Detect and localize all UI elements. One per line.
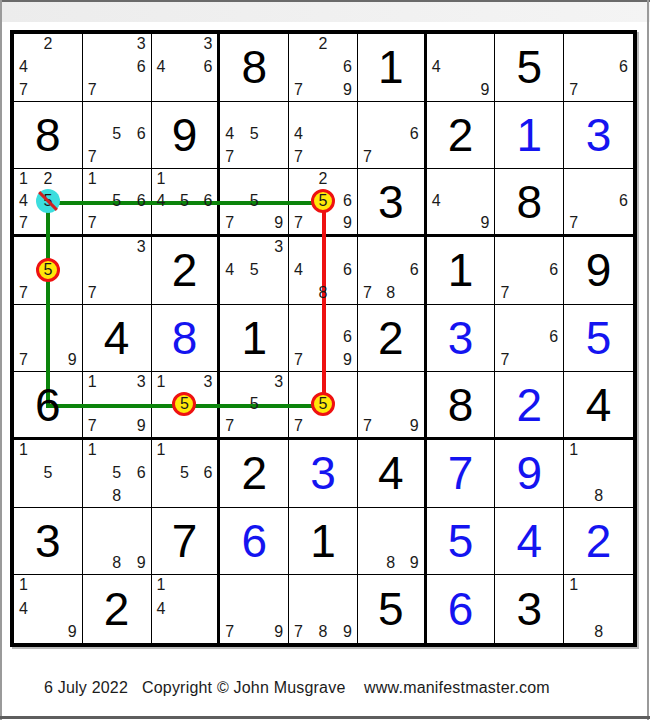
cell-r6c9[interactable]: 4 bbox=[564, 372, 633, 440]
solved-digit: 6 bbox=[427, 575, 495, 643]
cell-r1c1[interactable]: 247 bbox=[14, 34, 83, 102]
cell-r2c8[interactable]: 1 bbox=[495, 102, 564, 170]
cell-r6c7[interactable]: 8 bbox=[427, 372, 496, 440]
cell-r8c6[interactable]: 89 bbox=[358, 508, 427, 576]
candidate-7: 7 bbox=[88, 149, 97, 165]
pencil-marks: 457 bbox=[220, 102, 288, 169]
cell-r6c2[interactable]: 1379 bbox=[83, 372, 152, 440]
candidate-7: 7 bbox=[19, 215, 28, 231]
candidate-2: 2 bbox=[319, 36, 328, 52]
candidate-9: 9 bbox=[410, 418, 419, 434]
candidate-1: 1 bbox=[19, 577, 28, 593]
cell-r3c1[interactable]: 12457 bbox=[14, 169, 83, 237]
candidate-6: 6 bbox=[137, 59, 146, 75]
cell-r8c7[interactable]: 5 bbox=[427, 508, 496, 576]
cell-r5c9[interactable]: 5 bbox=[564, 305, 633, 373]
cell-r4c4[interactable]: 345 bbox=[220, 237, 289, 305]
candidate-4: 4 bbox=[157, 59, 166, 75]
candidate-7: 7 bbox=[294, 352, 303, 368]
candidate-6: 6 bbox=[410, 262, 419, 278]
candidate-7: 7 bbox=[363, 418, 372, 434]
given-digit: 9 bbox=[152, 102, 218, 169]
pencil-marks: 247 bbox=[14, 34, 82, 101]
cell-r1c8[interactable]: 5 bbox=[495, 34, 564, 102]
candidate-1: 1 bbox=[157, 577, 166, 593]
candidate-5: 5 bbox=[43, 465, 52, 481]
cell-r4c1[interactable]: 57 bbox=[14, 237, 83, 305]
candidate-3: 3 bbox=[203, 36, 212, 52]
given-digit: 8 bbox=[220, 34, 288, 101]
candidate-7: 7 bbox=[294, 82, 303, 98]
candidate-6: 6 bbox=[343, 262, 352, 278]
cell-r5c7[interactable]: 3 bbox=[427, 305, 496, 373]
candidate-9: 9 bbox=[68, 624, 77, 640]
circled-candidate-5: 5 bbox=[319, 396, 328, 412]
candidate-6: 6 bbox=[137, 193, 146, 209]
pencil-marks: 89 bbox=[83, 508, 151, 575]
candidate-5: 5 bbox=[250, 193, 259, 209]
candidate-9: 9 bbox=[343, 624, 352, 640]
candidate-3: 3 bbox=[274, 374, 283, 390]
window-left-edge bbox=[0, 0, 2, 720]
candidate-4: 4 bbox=[19, 601, 28, 617]
window-title-bar bbox=[0, 0, 650, 22]
candidate-4: 4 bbox=[432, 193, 441, 209]
candidate-8: 8 bbox=[594, 624, 603, 640]
solved-digit: 1 bbox=[495, 102, 563, 169]
candidate-7: 7 bbox=[225, 624, 234, 640]
candidate-1: 1 bbox=[88, 171, 97, 187]
cell-r5c3[interactable]: 8 bbox=[152, 305, 221, 373]
candidate-4: 4 bbox=[294, 262, 303, 278]
candidate-9: 9 bbox=[137, 418, 146, 434]
window-bottom-edge bbox=[0, 716, 650, 719]
cell-r2c6[interactable]: 67 bbox=[358, 102, 427, 170]
pencil-marks: 346 bbox=[152, 34, 218, 101]
candidate-5: 5 bbox=[112, 465, 121, 481]
candidate-2: 2 bbox=[319, 171, 328, 187]
candidate-7: 7 bbox=[19, 82, 28, 98]
pencil-marks: 25679 bbox=[289, 169, 357, 234]
candidate-8: 8 bbox=[594, 488, 603, 504]
solved-digit: 5 bbox=[564, 305, 633, 372]
pencil-marks: 79 bbox=[14, 305, 82, 372]
given-digit: 9 bbox=[564, 237, 633, 304]
candidate-6: 6 bbox=[137, 465, 146, 481]
candidate-6: 6 bbox=[343, 193, 352, 209]
candidate-9: 9 bbox=[481, 82, 490, 98]
cell-r6c4[interactable]: 357 bbox=[220, 372, 289, 440]
solved-digit: 8 bbox=[152, 305, 218, 372]
pencil-marks: 67 bbox=[564, 169, 633, 234]
candidate-1: 1 bbox=[157, 374, 166, 390]
candidate-8: 8 bbox=[112, 555, 121, 571]
pencil-marks: 678 bbox=[358, 237, 424, 304]
candidate-7: 7 bbox=[294, 418, 303, 434]
cell-r7c8[interactable]: 9 bbox=[495, 440, 564, 508]
cell-r4c5[interactable]: 468 bbox=[289, 237, 358, 305]
candidate-1: 1 bbox=[19, 442, 28, 458]
cell-r3c8[interactable]: 8 bbox=[495, 169, 564, 237]
solved-digit: 9 bbox=[495, 440, 563, 507]
pencil-marks: 67 bbox=[495, 305, 563, 372]
cell-r7c5[interactable]: 3 bbox=[289, 440, 358, 508]
candidate-9: 9 bbox=[137, 555, 146, 571]
pencil-marks: 89 bbox=[358, 508, 424, 575]
candidate-8: 8 bbox=[112, 488, 121, 504]
cell-r4c3[interactable]: 2 bbox=[152, 237, 221, 305]
given-digit: 1 bbox=[289, 508, 357, 575]
candidate-8: 8 bbox=[319, 624, 328, 640]
candidate-4: 4 bbox=[225, 126, 234, 142]
candidate-5: 5 bbox=[112, 126, 121, 142]
candidate-3: 3 bbox=[137, 374, 146, 390]
cell-r6c5[interactable]: 57 bbox=[289, 372, 358, 440]
candidate-5: 5 bbox=[112, 193, 121, 209]
cell-r5c1[interactable]: 79 bbox=[14, 305, 83, 373]
candidate-9: 9 bbox=[481, 215, 490, 231]
given-digit: 8 bbox=[495, 169, 563, 234]
pencil-marks: 567 bbox=[83, 102, 151, 169]
pencil-marks: 367 bbox=[83, 34, 151, 101]
candidate-3: 3 bbox=[137, 239, 146, 255]
cell-r6c1[interactable]: 6 bbox=[14, 372, 83, 440]
candidate-3: 3 bbox=[274, 239, 283, 255]
cell-r5c2[interactable]: 4 bbox=[83, 305, 152, 373]
pencil-marks: 49 bbox=[427, 169, 495, 234]
cell-r9c3[interactable]: 14 bbox=[152, 575, 221, 643]
cell-r9c7[interactable]: 6 bbox=[427, 575, 496, 643]
solved-digit: 2 bbox=[495, 372, 563, 437]
cell-r3c7[interactable]: 49 bbox=[427, 169, 496, 237]
candidate-9: 9 bbox=[274, 624, 283, 640]
pencil-marks: 15 bbox=[14, 440, 82, 507]
cell-r2c9[interactable]: 3 bbox=[564, 102, 633, 170]
candidate-9: 9 bbox=[68, 352, 77, 368]
cell-r7c7[interactable]: 7 bbox=[427, 440, 496, 508]
pencil-marks: 579 bbox=[220, 169, 288, 234]
candidate-5: 5 bbox=[250, 262, 259, 278]
cell-r6c8[interactable]: 2 bbox=[495, 372, 564, 440]
cell-r2c2[interactable]: 567 bbox=[83, 102, 152, 170]
pencil-marks: 79 bbox=[220, 575, 288, 643]
candidate-6: 6 bbox=[203, 193, 212, 209]
given-digit: 4 bbox=[83, 305, 151, 372]
solved-digit: 3 bbox=[427, 305, 495, 372]
candidate-6: 6 bbox=[549, 262, 558, 278]
cell-r3c9[interactable]: 67 bbox=[564, 169, 633, 237]
candidate-1: 1 bbox=[88, 374, 97, 390]
candidate-6: 6 bbox=[343, 329, 352, 345]
candidate-1: 1 bbox=[569, 442, 578, 458]
pencil-marks: 1567 bbox=[83, 169, 151, 234]
cell-r2c4[interactable]: 457 bbox=[220, 102, 289, 170]
pencil-marks: 2679 bbox=[289, 34, 357, 101]
pencil-marks: 37 bbox=[83, 237, 151, 304]
candidate-2: 2 bbox=[43, 171, 52, 187]
given-digit: 2 bbox=[83, 575, 151, 643]
cell-r5c6[interactable]: 2 bbox=[358, 305, 427, 373]
candidate-7: 7 bbox=[88, 418, 97, 434]
solved-digit: 6 bbox=[220, 508, 288, 575]
circled-candidate-5: 5 bbox=[43, 262, 52, 278]
candidate-7: 7 bbox=[294, 624, 303, 640]
pencil-marks: 18 bbox=[564, 440, 633, 507]
candidate-7: 7 bbox=[294, 149, 303, 165]
candidate-4: 4 bbox=[19, 193, 28, 209]
pencil-marks: 14 bbox=[152, 575, 218, 643]
cell-r1c3[interactable]: 346 bbox=[152, 34, 221, 102]
solved-digit: 4 bbox=[495, 508, 563, 575]
candidate-4: 4 bbox=[157, 601, 166, 617]
candidate-5: 5 bbox=[180, 465, 189, 481]
pencil-marks: 67 bbox=[495, 237, 563, 304]
candidate-7: 7 bbox=[88, 285, 97, 301]
cell-r2c1[interactable]: 8 bbox=[14, 102, 83, 170]
candidate-6: 6 bbox=[137, 126, 146, 142]
candidate-9: 9 bbox=[343, 352, 352, 368]
pencil-marks: 57 bbox=[14, 237, 82, 304]
candidate-1: 1 bbox=[88, 442, 97, 458]
cell-r7c9[interactable]: 18 bbox=[564, 440, 633, 508]
pencil-marks: 357 bbox=[220, 372, 288, 437]
candidate-6: 6 bbox=[203, 59, 212, 75]
cell-r1c5[interactable]: 2679 bbox=[289, 34, 358, 102]
cell-r1c9[interactable]: 67 bbox=[564, 34, 633, 102]
candidate-6: 6 bbox=[619, 193, 628, 209]
pencil-marks: 49 bbox=[427, 34, 495, 101]
cell-r7c1[interactable]: 15 bbox=[14, 440, 83, 508]
pencil-marks: 1568 bbox=[83, 440, 151, 507]
cell-r9c4[interactable]: 79 bbox=[220, 575, 289, 643]
candidate-7: 7 bbox=[294, 215, 303, 231]
candidate-9: 9 bbox=[410, 555, 419, 571]
candidate-7: 7 bbox=[225, 215, 234, 231]
pencil-marks: 789 bbox=[289, 575, 357, 643]
candidate-5: 5 bbox=[250, 396, 259, 412]
cell-r9c5[interactable]: 789 bbox=[289, 575, 358, 643]
given-digit: 7 bbox=[152, 508, 218, 575]
pencil-marks: 67 bbox=[564, 34, 633, 101]
cell-r9c2[interactable]: 2 bbox=[83, 575, 152, 643]
solved-digit: 3 bbox=[564, 102, 633, 169]
given-digit: 8 bbox=[14, 102, 82, 169]
given-digit: 5 bbox=[358, 575, 424, 643]
cell-r8c3[interactable]: 7 bbox=[152, 508, 221, 576]
candidate-1: 1 bbox=[19, 171, 28, 187]
cell-r9c6[interactable]: 5 bbox=[358, 575, 427, 643]
pencil-marks: 79 bbox=[358, 372, 424, 437]
cell-r3c2[interactable]: 1567 bbox=[83, 169, 152, 237]
candidate-7: 7 bbox=[88, 215, 97, 231]
candidate-5: 5 bbox=[180, 193, 189, 209]
solved-digit: 2 bbox=[564, 508, 633, 575]
candidate-3: 3 bbox=[203, 374, 212, 390]
cell-r4c9[interactable]: 9 bbox=[564, 237, 633, 305]
given-digit: 6 bbox=[14, 372, 82, 437]
solved-digit: 5 bbox=[427, 508, 495, 575]
given-digit: 2 bbox=[152, 237, 218, 304]
cell-r1c4[interactable]: 8 bbox=[220, 34, 289, 102]
candidate-9: 9 bbox=[343, 215, 352, 231]
cell-r5c4[interactable]: 1 bbox=[220, 305, 289, 373]
candidate-8: 8 bbox=[386, 285, 395, 301]
pencil-marks: 67 bbox=[358, 102, 424, 169]
candidate-7: 7 bbox=[19, 352, 28, 368]
candidate-2: 2 bbox=[43, 36, 52, 52]
window-right-edge bbox=[647, 0, 649, 720]
cell-r9c9[interactable]: 18 bbox=[564, 575, 633, 643]
cell-r8c1[interactable]: 3 bbox=[14, 508, 83, 576]
cell-r4c2[interactable]: 37 bbox=[83, 237, 152, 305]
cell-r3c3[interactable]: 1456 bbox=[152, 169, 221, 237]
cell-r8c8[interactable]: 4 bbox=[495, 508, 564, 576]
sudoku-board: 2473673468267914956785679457476721312457… bbox=[10, 30, 637, 647]
cell-r8c9[interactable]: 2 bbox=[564, 508, 633, 576]
candidate-7: 7 bbox=[19, 285, 28, 301]
given-digit: 2 bbox=[358, 305, 424, 372]
solved-digit: 7 bbox=[427, 440, 495, 507]
candidate-6: 6 bbox=[619, 59, 628, 75]
circled-candidate-5: 5 bbox=[319, 193, 328, 209]
candidate-6: 6 bbox=[410, 126, 419, 142]
candidate-6: 6 bbox=[549, 329, 558, 345]
pencil-marks: 1456 bbox=[152, 169, 218, 234]
cell-r5c5[interactable]: 679 bbox=[289, 305, 358, 373]
cell-r7c2[interactable]: 1568 bbox=[83, 440, 152, 508]
cell-r1c7[interactable]: 49 bbox=[427, 34, 496, 102]
candidate-7: 7 bbox=[500, 352, 509, 368]
candidate-7: 7 bbox=[88, 82, 97, 98]
cell-r3c4[interactable]: 579 bbox=[220, 169, 289, 237]
given-digit: 1 bbox=[220, 305, 288, 372]
candidate-4: 4 bbox=[432, 59, 441, 75]
cell-r2c5[interactable]: 47 bbox=[289, 102, 358, 170]
candidate-9: 9 bbox=[274, 215, 283, 231]
given-digit: 3 bbox=[358, 169, 424, 234]
candidate-6: 6 bbox=[343, 59, 352, 75]
cell-r7c4[interactable]: 2 bbox=[220, 440, 289, 508]
cell-r3c5[interactable]: 25679 bbox=[289, 169, 358, 237]
candidate-7: 7 bbox=[569, 215, 578, 231]
candidate-4: 4 bbox=[294, 126, 303, 142]
candidate-7: 7 bbox=[225, 149, 234, 165]
given-digit: 4 bbox=[564, 372, 633, 437]
given-digit: 5 bbox=[495, 34, 563, 101]
cell-r8c5[interactable]: 1 bbox=[289, 508, 358, 576]
pencil-marks: 468 bbox=[289, 237, 357, 304]
candidate-1: 1 bbox=[157, 442, 166, 458]
given-digit: 1 bbox=[427, 237, 495, 304]
candidate-4: 4 bbox=[157, 193, 166, 209]
candidate-7: 7 bbox=[500, 285, 509, 301]
given-digit: 4 bbox=[358, 440, 424, 507]
given-digit: 2 bbox=[427, 102, 495, 169]
cell-r7c3[interactable]: 156 bbox=[152, 440, 221, 508]
given-digit: 3 bbox=[495, 575, 563, 643]
circled-candidate-5: 5 bbox=[180, 396, 189, 412]
cell-r9c8[interactable]: 3 bbox=[495, 575, 564, 643]
footer-credit: 6 July 2022 Copyright © John Musgrave ww… bbox=[44, 679, 550, 697]
candidate-4: 4 bbox=[225, 262, 234, 278]
cell-r6c3[interactable]: 135 bbox=[152, 372, 221, 440]
given-digit: 8 bbox=[427, 372, 495, 437]
pencil-marks: 156 bbox=[152, 440, 218, 507]
candidate-7: 7 bbox=[363, 285, 372, 301]
given-digit: 3 bbox=[14, 508, 82, 575]
candidate-3: 3 bbox=[137, 36, 146, 52]
cell-r7c6[interactable]: 4 bbox=[358, 440, 427, 508]
pencil-marks: 345 bbox=[220, 237, 288, 304]
candidate-1: 1 bbox=[569, 577, 578, 593]
solved-digit: 3 bbox=[289, 440, 357, 507]
cell-r2c7[interactable]: 2 bbox=[427, 102, 496, 170]
cell-r3c6[interactable]: 3 bbox=[358, 169, 427, 237]
given-digit: 1 bbox=[358, 34, 424, 101]
given-digit: 2 bbox=[220, 440, 288, 507]
cell-r8c2[interactable]: 89 bbox=[83, 508, 152, 576]
candidate-9: 9 bbox=[343, 82, 352, 98]
candidate-7: 7 bbox=[569, 82, 578, 98]
candidate-7: 7 bbox=[225, 418, 234, 434]
pencil-marks: 1379 bbox=[83, 372, 151, 437]
cell-r9c1[interactable]: 149 bbox=[14, 575, 83, 643]
candidate-6: 6 bbox=[203, 465, 212, 481]
cell-r8c4[interactable]: 6 bbox=[220, 508, 289, 576]
pencil-marks: 47 bbox=[289, 102, 357, 169]
cell-r2c3[interactable]: 9 bbox=[152, 102, 221, 170]
pencil-marks: 18 bbox=[564, 575, 633, 643]
cell-r4c6[interactable]: 678 bbox=[358, 237, 427, 305]
candidate-1: 1 bbox=[157, 171, 166, 187]
candidate-4: 4 bbox=[19, 59, 28, 75]
candidate-8: 8 bbox=[319, 285, 328, 301]
candidate-7: 7 bbox=[363, 149, 372, 165]
eliminated-candidate-5: 5 bbox=[43, 193, 52, 209]
pencil-marks: 679 bbox=[289, 305, 357, 372]
cell-r4c7[interactable]: 1 bbox=[427, 237, 496, 305]
cell-r1c6[interactable]: 1 bbox=[358, 34, 427, 102]
cell-r5c8[interactable]: 67 bbox=[495, 305, 564, 373]
pencil-marks: 149 bbox=[14, 575, 82, 643]
candidate-5: 5 bbox=[250, 126, 259, 142]
pencil-marks: 12457 bbox=[14, 169, 82, 234]
cell-r6c6[interactable]: 79 bbox=[358, 372, 427, 440]
candidate-8: 8 bbox=[386, 555, 395, 571]
pencil-marks: 135 bbox=[152, 372, 218, 437]
cell-r1c2[interactable]: 367 bbox=[83, 34, 152, 102]
pencil-marks: 57 bbox=[289, 372, 357, 437]
cell-r4c8[interactable]: 67 bbox=[495, 237, 564, 305]
